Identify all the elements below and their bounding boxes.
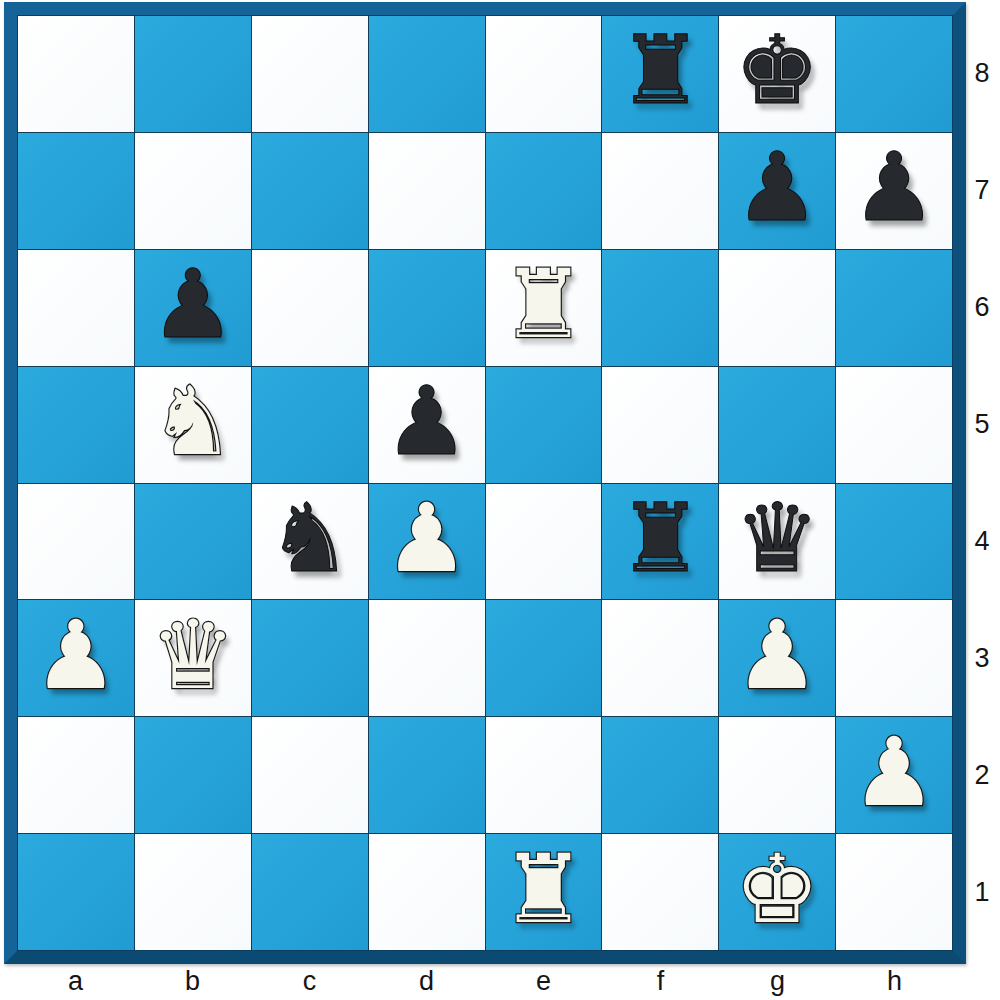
- chess-diagram: ♜♚♟♟♟♜♞♟♞♟♜♛♟♛♟♟♜♚ abcdefgh 87654321: [0, 0, 1000, 1000]
- square-g8[interactable]: ♚: [719, 16, 835, 132]
- rank-label-1: 1: [966, 834, 998, 951]
- square-c8[interactable]: [252, 16, 368, 132]
- white-pawn-d4[interactable]: ♟: [384, 491, 469, 586]
- square-a6[interactable]: [18, 250, 134, 366]
- square-h5[interactable]: [836, 367, 952, 483]
- square-d2[interactable]: [369, 717, 485, 833]
- square-a3[interactable]: ♟: [18, 600, 134, 716]
- white-pawn-a3[interactable]: ♟: [33, 608, 118, 703]
- square-c5[interactable]: [252, 367, 368, 483]
- square-f7[interactable]: [602, 133, 718, 249]
- square-e6[interactable]: ♜: [486, 250, 602, 366]
- chess-board: ♜♚♟♟♟♜♞♟♞♟♜♛♟♛♟♟♜♚: [17, 15, 953, 951]
- white-pawn-h2[interactable]: ♟: [851, 725, 936, 820]
- white-queen-b3[interactable]: ♛: [150, 608, 235, 703]
- square-h8[interactable]: [836, 16, 952, 132]
- black-pawn-h7[interactable]: ♟: [851, 140, 936, 235]
- square-b6[interactable]: ♟: [135, 250, 251, 366]
- black-rook-f4[interactable]: ♜: [618, 491, 703, 586]
- square-c3[interactable]: [252, 600, 368, 716]
- square-h6[interactable]: [836, 250, 952, 366]
- file-label-f: f: [602, 966, 719, 997]
- square-f5[interactable]: [602, 367, 718, 483]
- file-label-a: a: [17, 966, 134, 997]
- white-rook-e1[interactable]: ♜: [501, 842, 586, 937]
- square-h4[interactable]: [836, 484, 952, 600]
- square-g5[interactable]: [719, 367, 835, 483]
- square-h3[interactable]: [836, 600, 952, 716]
- square-a4[interactable]: [18, 484, 134, 600]
- rank-label-3: 3: [966, 600, 998, 717]
- file-label-c: c: [251, 966, 368, 997]
- square-d4[interactable]: ♟: [369, 484, 485, 600]
- rank-labels: 87654321: [966, 15, 998, 951]
- square-f4[interactable]: ♜: [602, 484, 718, 600]
- file-labels: abcdefgh: [17, 966, 953, 996]
- rank-label-2: 2: [966, 717, 998, 834]
- black-pawn-b6[interactable]: ♟: [150, 257, 235, 352]
- file-label-g: g: [719, 966, 836, 997]
- square-e7[interactable]: [486, 133, 602, 249]
- white-rook-e6[interactable]: ♜: [501, 257, 586, 352]
- square-f2[interactable]: [602, 717, 718, 833]
- square-a2[interactable]: [18, 717, 134, 833]
- square-f1[interactable]: [602, 834, 718, 950]
- black-knight-c4[interactable]: ♞: [267, 491, 352, 586]
- square-c2[interactable]: [252, 717, 368, 833]
- square-b7[interactable]: [135, 133, 251, 249]
- square-d1[interactable]: [369, 834, 485, 950]
- square-d7[interactable]: [369, 133, 485, 249]
- square-d6[interactable]: [369, 250, 485, 366]
- square-g6[interactable]: [719, 250, 835, 366]
- square-b2[interactable]: [135, 717, 251, 833]
- square-f8[interactable]: ♜: [602, 16, 718, 132]
- square-h1[interactable]: [836, 834, 952, 950]
- white-king-g1[interactable]: ♚: [735, 842, 820, 937]
- rank-label-7: 7: [966, 132, 998, 249]
- square-d3[interactable]: [369, 600, 485, 716]
- file-label-d: d: [368, 966, 485, 997]
- square-g7[interactable]: ♟: [719, 133, 835, 249]
- square-a7[interactable]: [18, 133, 134, 249]
- square-e5[interactable]: [486, 367, 602, 483]
- square-b5[interactable]: ♞: [135, 367, 251, 483]
- black-queen-g4[interactable]: ♛: [735, 491, 820, 586]
- square-a1[interactable]: [18, 834, 134, 950]
- square-e3[interactable]: [486, 600, 602, 716]
- rank-label-4: 4: [966, 483, 998, 600]
- square-d5[interactable]: ♟: [369, 367, 485, 483]
- square-g4[interactable]: ♛: [719, 484, 835, 600]
- square-e8[interactable]: [486, 16, 602, 132]
- square-c1[interactable]: [252, 834, 368, 950]
- square-g3[interactable]: ♟: [719, 600, 835, 716]
- square-a5[interactable]: [18, 367, 134, 483]
- white-pawn-g3[interactable]: ♟: [735, 608, 820, 703]
- black-pawn-d5[interactable]: ♟: [384, 374, 469, 469]
- square-e4[interactable]: [486, 484, 602, 600]
- square-d8[interactable]: [369, 16, 485, 132]
- square-c7[interactable]: [252, 133, 368, 249]
- square-h7[interactable]: ♟: [836, 133, 952, 249]
- file-label-b: b: [134, 966, 251, 997]
- square-f6[interactable]: [602, 250, 718, 366]
- square-f3[interactable]: [602, 600, 718, 716]
- square-b4[interactable]: [135, 484, 251, 600]
- square-g1[interactable]: ♚: [719, 834, 835, 950]
- square-b3[interactable]: ♛: [135, 600, 251, 716]
- square-e2[interactable]: [486, 717, 602, 833]
- file-label-h: h: [836, 966, 953, 997]
- square-e1[interactable]: ♜: [486, 834, 602, 950]
- black-king-g8[interactable]: ♚: [735, 23, 820, 118]
- rank-label-8: 8: [966, 15, 998, 132]
- square-a8[interactable]: [18, 16, 134, 132]
- square-b8[interactable]: [135, 16, 251, 132]
- rank-label-6: 6: [966, 249, 998, 366]
- file-label-e: e: [485, 966, 602, 997]
- black-rook-f8[interactable]: ♜: [618, 23, 703, 118]
- black-pawn-g7[interactable]: ♟: [735, 140, 820, 235]
- square-g2[interactable]: [719, 717, 835, 833]
- board-frame: ♜♚♟♟♟♜♞♟♞♟♜♛♟♛♟♟♜♚: [4, 2, 966, 964]
- white-knight-b5[interactable]: ♞: [150, 374, 235, 469]
- square-b1[interactable]: [135, 834, 251, 950]
- square-c4[interactable]: ♞: [252, 484, 368, 600]
- rank-label-5: 5: [966, 366, 998, 483]
- square-h2[interactable]: ♟: [836, 717, 952, 833]
- square-c6[interactable]: [252, 250, 368, 366]
